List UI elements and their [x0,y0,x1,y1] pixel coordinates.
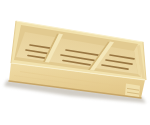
product-photo-canvas [0,0,150,125]
wooden-tray-photo [0,0,150,125]
